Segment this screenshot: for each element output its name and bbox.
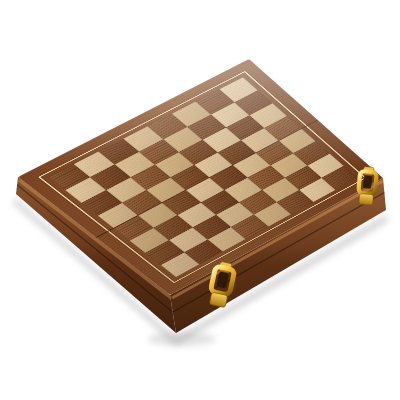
right-latch-base-plate — [359, 193, 374, 205]
right-latch — [357, 166, 377, 205]
right-latch-opening — [363, 175, 372, 189]
front-latch-opening — [216, 272, 229, 289]
product-photo — [0, 0, 400, 400]
latches-layer — [0, 0, 400, 400]
front-latch — [208, 261, 236, 308]
